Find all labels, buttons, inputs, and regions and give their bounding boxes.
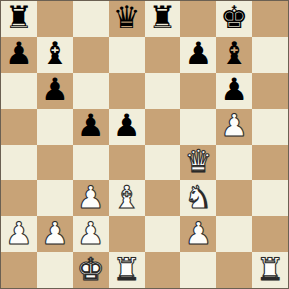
square-d5[interactable]: ♟ xyxy=(109,109,145,145)
square-d4[interactable] xyxy=(109,145,145,181)
piece-black-pawn[interactable]: ♟ xyxy=(220,74,248,105)
square-f6[interactable] xyxy=(180,73,216,109)
square-c5[interactable]: ♟ xyxy=(73,109,109,145)
piece-black-queen[interactable]: ♛ xyxy=(113,2,141,33)
piece-white-pawn[interactable]: ♟ xyxy=(41,218,69,249)
square-d6[interactable] xyxy=(109,73,145,109)
square-c4[interactable] xyxy=(73,145,109,181)
piece-black-bishop[interactable]: ♝ xyxy=(220,38,248,69)
square-d1[interactable]: ♜ xyxy=(109,252,145,288)
square-b1[interactable] xyxy=(37,252,73,288)
square-h7[interactable] xyxy=(252,37,288,73)
square-a5[interactable] xyxy=(1,109,37,145)
square-g5[interactable]: ♟ xyxy=(216,109,252,145)
chess-board-frame: ♜♛♜♚♟♝♟♝♟♟♟♟♟♛♟♝♞♟♟♟♟♚♜♜ xyxy=(0,0,289,289)
square-c6[interactable] xyxy=(73,73,109,109)
square-f4[interactable]: ♛ xyxy=(180,145,216,181)
piece-white-pawn[interactable]: ♟ xyxy=(5,218,33,249)
square-b8[interactable] xyxy=(37,1,73,37)
piece-white-pawn[interactable]: ♟ xyxy=(220,110,248,141)
piece-white-king[interactable]: ♚ xyxy=(77,254,105,285)
piece-white-bishop[interactable]: ♝ xyxy=(113,182,141,213)
square-h1[interactable]: ♜ xyxy=(252,252,288,288)
piece-white-queen[interactable]: ♛ xyxy=(184,146,212,177)
square-a1[interactable] xyxy=(1,252,37,288)
square-d2[interactable] xyxy=(109,216,145,252)
square-d8[interactable]: ♛ xyxy=(109,1,145,37)
square-e2[interactable] xyxy=(145,216,181,252)
piece-black-pawn[interactable]: ♟ xyxy=(41,74,69,105)
square-f5[interactable] xyxy=(180,109,216,145)
piece-white-rook[interactable]: ♜ xyxy=(113,254,141,285)
square-g7[interactable]: ♝ xyxy=(216,37,252,73)
square-g1[interactable] xyxy=(216,252,252,288)
square-h2[interactable] xyxy=(252,216,288,252)
square-h8[interactable] xyxy=(252,1,288,37)
square-d3[interactable]: ♝ xyxy=(109,180,145,216)
square-b4[interactable] xyxy=(37,145,73,181)
square-h6[interactable] xyxy=(252,73,288,109)
square-h3[interactable] xyxy=(252,180,288,216)
square-f7[interactable]: ♟ xyxy=(180,37,216,73)
square-e8[interactable]: ♜ xyxy=(145,1,181,37)
square-a6[interactable] xyxy=(1,73,37,109)
square-g2[interactable] xyxy=(216,216,252,252)
piece-white-pawn[interactable]: ♟ xyxy=(184,218,212,249)
piece-black-king[interactable]: ♚ xyxy=(220,2,248,33)
piece-white-rook[interactable]: ♜ xyxy=(256,254,284,285)
square-e7[interactable] xyxy=(145,37,181,73)
square-b6[interactable]: ♟ xyxy=(37,73,73,109)
piece-white-knight[interactable]: ♞ xyxy=(184,182,212,213)
piece-black-rook[interactable]: ♜ xyxy=(149,2,177,33)
piece-black-pawn[interactable]: ♟ xyxy=(113,110,141,141)
piece-black-rook[interactable]: ♜ xyxy=(5,2,33,33)
square-f3[interactable]: ♞ xyxy=(180,180,216,216)
square-a8[interactable]: ♜ xyxy=(1,1,37,37)
square-c2[interactable]: ♟ xyxy=(73,216,109,252)
square-g3[interactable] xyxy=(216,180,252,216)
square-e5[interactable] xyxy=(145,109,181,145)
square-b2[interactable]: ♟ xyxy=(37,216,73,252)
square-d7[interactable] xyxy=(109,37,145,73)
square-f8[interactable] xyxy=(180,1,216,37)
square-c8[interactable] xyxy=(73,1,109,37)
piece-white-pawn[interactable]: ♟ xyxy=(77,182,105,213)
square-a3[interactable] xyxy=(1,180,37,216)
square-g6[interactable]: ♟ xyxy=(216,73,252,109)
square-a4[interactable] xyxy=(1,145,37,181)
square-b7[interactable]: ♝ xyxy=(37,37,73,73)
piece-black-pawn[interactable]: ♟ xyxy=(5,38,33,69)
square-h5[interactable] xyxy=(252,109,288,145)
piece-black-pawn[interactable]: ♟ xyxy=(77,110,105,141)
square-f2[interactable]: ♟ xyxy=(180,216,216,252)
square-a7[interactable]: ♟ xyxy=(1,37,37,73)
piece-black-bishop[interactable]: ♝ xyxy=(41,38,69,69)
square-c7[interactable] xyxy=(73,37,109,73)
square-b5[interactable] xyxy=(37,109,73,145)
square-c3[interactable]: ♟ xyxy=(73,180,109,216)
piece-white-pawn[interactable]: ♟ xyxy=(77,218,105,249)
square-g8[interactable]: ♚ xyxy=(216,1,252,37)
square-b3[interactable] xyxy=(37,180,73,216)
square-a2[interactable]: ♟ xyxy=(1,216,37,252)
chess-board: ♜♛♜♚♟♝♟♝♟♟♟♟♟♛♟♝♞♟♟♟♟♚♜♜ xyxy=(1,1,288,288)
square-e3[interactable] xyxy=(145,180,181,216)
square-e1[interactable] xyxy=(145,252,181,288)
square-e6[interactable] xyxy=(145,73,181,109)
square-e4[interactable] xyxy=(145,145,181,181)
square-g4[interactable] xyxy=(216,145,252,181)
square-c1[interactable]: ♚ xyxy=(73,252,109,288)
square-f1[interactable] xyxy=(180,252,216,288)
square-h4[interactable] xyxy=(252,145,288,181)
piece-black-pawn[interactable]: ♟ xyxy=(184,38,212,69)
